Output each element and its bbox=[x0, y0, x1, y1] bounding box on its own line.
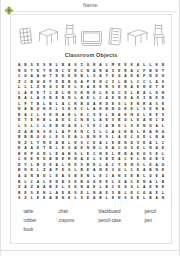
clipart-row bbox=[14, 19, 169, 48]
grid-cell-r24c23[interactable]: N bbox=[160, 195, 166, 201]
pencil-case-icon bbox=[16, 25, 34, 48]
bank-word-rubber: rubber bbox=[24, 218, 59, 223]
worksheet-page: Name: bbox=[0, 0, 180, 256]
bank-word-book: book bbox=[24, 227, 59, 232]
bank-word-pencil: pencil bbox=[145, 209, 172, 214]
chair-icon bbox=[152, 23, 166, 48]
page-title: Classroom Objects bbox=[11, 52, 172, 58]
bank-word-pen: pen bbox=[145, 218, 172, 223]
bank-word-crayons: crayons bbox=[59, 218, 99, 223]
bank-word-table: table bbox=[24, 209, 59, 214]
word-search-grid: ABSESBLBASIORALMEEEALLENNETKTRNCEKCNARAI… bbox=[16, 62, 166, 201]
bank-word-chair: chair bbox=[59, 209, 99, 214]
word-bank: tablechairblackboardpencilrubbercrayonsp… bbox=[24, 207, 172, 234]
desk-icon bbox=[126, 28, 149, 48]
name-writing-line bbox=[5, 11, 177, 12]
bank-word-blackboard: blackboard bbox=[99, 209, 145, 214]
worksheet-frame: Classroom Objects ABSESBLBASIORALMEEEALL… bbox=[10, 14, 172, 244]
name-label: Name: bbox=[1, 2, 180, 8]
blackboard-icon bbox=[80, 30, 103, 48]
bank-word-pencil-case: pencil case bbox=[99, 218, 145, 223]
table-icon bbox=[37, 27, 59, 48]
book-icon bbox=[106, 26, 123, 48]
page-cut-line bbox=[1, 250, 180, 251]
chair-icon bbox=[62, 23, 77, 48]
